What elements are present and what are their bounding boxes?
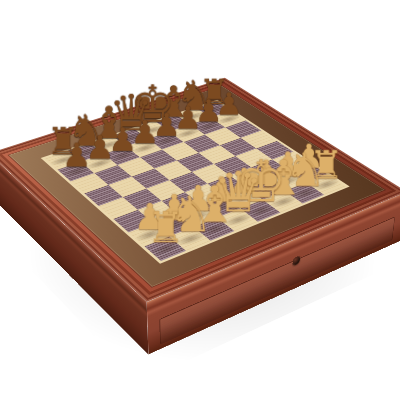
product-photo-stage: ♜♞♝♛♚♝♞♜♟♟♟♟♟♟♟♟♟♟♟♟♟♟♟♟♜♞♝♛♚♝♞♜ [0, 0, 400, 400]
square-a1[interactable]: ♜ [145, 237, 187, 261]
piece-white-rook[interactable]: ♜ [140, 205, 191, 248]
square-a7[interactable]: ♟ [58, 162, 95, 182]
piece-black-pawn[interactable]: ♟ [53, 137, 99, 171]
perspective-viewport: ♜♞♝♛♚♝♞♜♟♟♟♟♟♟♟♟♟♟♟♟♟♟♟♟♜♞♝♛♚♝♞♜ [0, 0, 400, 400]
